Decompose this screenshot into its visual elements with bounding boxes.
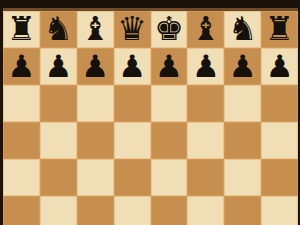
piece-black-pawn[interactable]: ♟ xyxy=(118,48,146,85)
square-e4[interactable] xyxy=(151,159,188,196)
square-h8[interactable]: ♜ xyxy=(261,11,298,48)
square-g5[interactable] xyxy=(224,122,261,159)
board-right-frame xyxy=(298,0,300,225)
piece-black-rook[interactable]: ♜ xyxy=(7,11,37,47)
piece-black-queen[interactable]: ♛ xyxy=(117,11,147,47)
square-c8[interactable]: ♝ xyxy=(77,11,114,48)
square-b5[interactable] xyxy=(40,122,77,159)
piece-black-rook[interactable]: ♜ xyxy=(265,11,295,47)
square-d7[interactable]: ♟ xyxy=(114,48,151,85)
square-f5[interactable] xyxy=(187,122,224,159)
square-g7[interactable]: ♟ xyxy=(224,48,261,85)
square-f4[interactable] xyxy=(187,159,224,196)
square-f6[interactable] xyxy=(187,85,224,122)
chess-app-view: ♜♞♝♛♚♝♞♜♟♟♟♟♟♟♟♟ xyxy=(0,0,300,225)
piece-black-pawn[interactable]: ♟ xyxy=(81,48,109,85)
square-c5[interactable] xyxy=(77,122,114,159)
piece-black-knight[interactable]: ♞ xyxy=(228,11,258,47)
square-c6[interactable] xyxy=(77,85,114,122)
square-d6[interactable] xyxy=(114,85,151,122)
piece-black-bishop[interactable]: ♝ xyxy=(191,11,221,47)
square-e6[interactable] xyxy=(151,85,188,122)
square-h7[interactable]: ♟ xyxy=(261,48,298,85)
square-g3[interactable] xyxy=(224,196,261,225)
square-d4[interactable] xyxy=(114,159,151,196)
square-a7[interactable]: ♟ xyxy=(3,48,40,85)
board-top-frame xyxy=(0,0,300,11)
square-a5[interactable] xyxy=(3,122,40,159)
square-g4[interactable] xyxy=(224,159,261,196)
square-a4[interactable] xyxy=(3,159,40,196)
square-a6[interactable] xyxy=(3,85,40,122)
piece-black-pawn[interactable]: ♟ xyxy=(44,48,72,85)
square-h6[interactable] xyxy=(261,85,298,122)
square-e3[interactable] xyxy=(151,196,188,225)
piece-black-pawn[interactable]: ♟ xyxy=(155,48,183,85)
square-c3[interactable] xyxy=(77,196,114,225)
square-d3[interactable] xyxy=(114,196,151,225)
square-a3[interactable] xyxy=(3,196,40,225)
square-h4[interactable] xyxy=(261,159,298,196)
square-b6[interactable] xyxy=(40,85,77,122)
square-c4[interactable] xyxy=(77,159,114,196)
square-c7[interactable]: ♟ xyxy=(77,48,114,85)
square-a8[interactable]: ♜ xyxy=(3,11,40,48)
square-f7[interactable]: ♟ xyxy=(187,48,224,85)
piece-black-pawn[interactable]: ♟ xyxy=(8,48,36,85)
square-b3[interactable] xyxy=(40,196,77,225)
square-b7[interactable]: ♟ xyxy=(40,48,77,85)
board-left-frame xyxy=(0,0,3,225)
chessboard-grid: ♜♞♝♛♚♝♞♜♟♟♟♟♟♟♟♟ xyxy=(3,11,298,225)
piece-black-knight[interactable]: ♞ xyxy=(44,11,74,47)
square-d5[interactable] xyxy=(114,122,151,159)
square-f3[interactable] xyxy=(187,196,224,225)
square-d8[interactable]: ♛ xyxy=(114,11,151,48)
square-e5[interactable] xyxy=(151,122,188,159)
piece-black-pawn[interactable]: ♟ xyxy=(266,48,294,85)
square-b4[interactable] xyxy=(40,159,77,196)
square-g6[interactable] xyxy=(224,85,261,122)
piece-black-pawn[interactable]: ♟ xyxy=(192,48,220,85)
piece-black-bishop[interactable]: ♝ xyxy=(80,11,110,47)
square-h3[interactable] xyxy=(261,196,298,225)
square-e8[interactable]: ♚ xyxy=(151,11,188,48)
square-g8[interactable]: ♞ xyxy=(224,11,261,48)
square-h5[interactable] xyxy=(261,122,298,159)
piece-black-pawn[interactable]: ♟ xyxy=(229,48,257,85)
square-b8[interactable]: ♞ xyxy=(40,11,77,48)
piece-black-king[interactable]: ♚ xyxy=(154,11,184,47)
square-e7[interactable]: ♟ xyxy=(151,48,188,85)
square-f8[interactable]: ♝ xyxy=(187,11,224,48)
